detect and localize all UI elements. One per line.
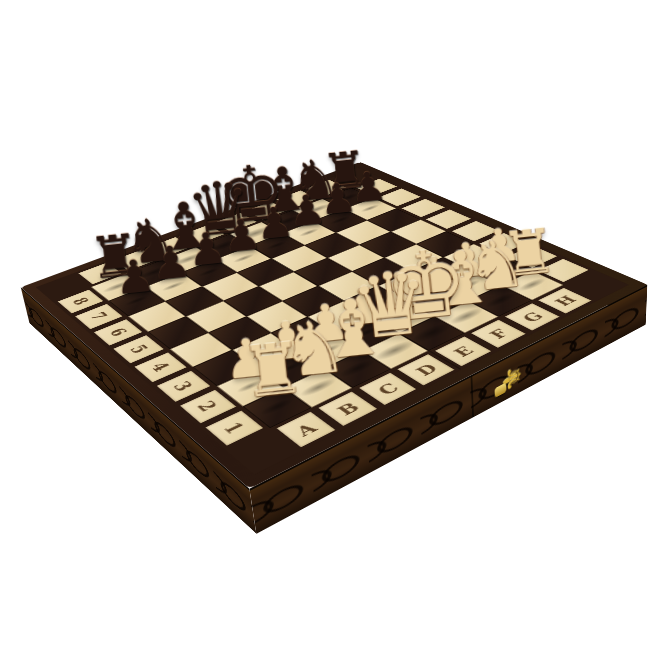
piece-white-rook-a1[interactable]: ♜ — [240, 330, 306, 410]
rook-glyph: ♜ — [238, 333, 308, 409]
piece-black-pawn-c7[interactable]: ♟ — [186, 224, 227, 274]
fold-seam-front — [471, 376, 474, 417]
chess-board: ⚜ 87654321ABCDEFGH ♜♞♝♛♚♝♞♜♟♟♟♟♟♟♟♟♟♟♟♟♟… — [21, 162, 648, 489]
product-photo-chess-set: ⚜ 87654321ABCDEFGH ♜♞♝♛♚♝♞♜♟♟♟♟♟♟♟♟♟♟♟♟♟… — [0, 0, 650, 650]
stage: ⚜ 87654321ABCDEFGH ♜♞♝♛♚♝♞♜♟♟♟♟♟♟♟♟♟♟♟♟♟… — [0, 0, 650, 650]
frame-corner — [564, 270, 629, 300]
file-label-f: F — [465, 317, 532, 352]
brass-latch[interactable]: ⚜ — [494, 359, 532, 407]
piece-black-pawn-b7[interactable]: ♟ — [150, 237, 192, 288]
piece-black-pawn-a7[interactable]: ♟ — [113, 251, 156, 302]
pawn-glyph: ♟ — [112, 253, 157, 302]
perspective-wrap: ⚜ 87654321ABCDEFGH ♜♞♝♛♚♝♞♜♟♟♟♟♟♟♟♟♟♟♟♟♟… — [0, 0, 650, 650]
